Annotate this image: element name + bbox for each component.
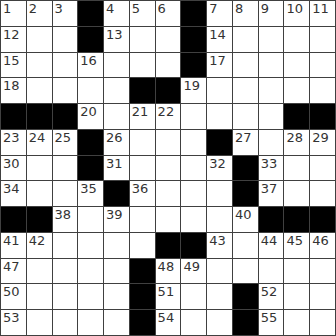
- crossword-cell[interactable]: [78, 233, 103, 258]
- blocked-cell: [1, 207, 26, 232]
- clue-number: 30: [3, 157, 20, 170]
- crossword-cell[interactable]: [156, 181, 181, 206]
- crossword-cell[interactable]: [207, 259, 232, 284]
- crossword-cell[interactable]: [207, 104, 232, 129]
- crossword-cell[interactable]: [310, 310, 335, 335]
- crossword-cell[interactable]: 49: [181, 259, 206, 284]
- blocked-cell: [181, 1, 206, 26]
- crossword-cell[interactable]: 51: [156, 284, 181, 309]
- crossword-cell[interactable]: [233, 104, 258, 129]
- crossword-cell[interactable]: [310, 156, 335, 181]
- crossword-cell[interactable]: 4: [104, 1, 129, 26]
- crossword-cell[interactable]: [259, 78, 284, 103]
- crossword-cell[interactable]: [130, 53, 155, 78]
- clue-number: 25: [55, 131, 72, 144]
- crossword-cell[interactable]: [156, 207, 181, 232]
- crossword-cell[interactable]: [259, 259, 284, 284]
- crossword-cell[interactable]: 53: [1, 310, 26, 335]
- crossword-cell[interactable]: [27, 310, 52, 335]
- crossword-cell[interactable]: 16: [78, 53, 103, 78]
- crossword-cell[interactable]: [181, 104, 206, 129]
- crossword-cell[interactable]: [78, 259, 103, 284]
- crossword-board: 1234567891011121314151617181920212223242…: [0, 0, 336, 336]
- blocked-cell: [130, 310, 155, 335]
- clue-number: 26: [106, 131, 123, 144]
- crossword-cell[interactable]: 19: [181, 78, 206, 103]
- crossword-cell[interactable]: [310, 181, 335, 206]
- clue-number: 38: [55, 208, 72, 221]
- clue-number: 43: [209, 234, 226, 247]
- blocked-cell: [233, 181, 258, 206]
- crossword-cell[interactable]: [53, 233, 78, 258]
- crossword-cell[interactable]: 50: [1, 284, 26, 309]
- clue-number: 1: [3, 2, 11, 15]
- clue-number: 52: [261, 285, 278, 298]
- crossword-cell[interactable]: [310, 27, 335, 52]
- clue-number: 51: [158, 285, 175, 298]
- crossword-cell[interactable]: [233, 78, 258, 103]
- crossword-cell[interactable]: [104, 53, 129, 78]
- clue-number: 15: [3, 54, 20, 67]
- crossword-cell[interactable]: [78, 207, 103, 232]
- crossword-cell[interactable]: [130, 207, 155, 232]
- clue-number: 42: [29, 234, 46, 247]
- crossword-cell[interactable]: [156, 53, 181, 78]
- crossword-cell[interactable]: [27, 181, 52, 206]
- crossword-cell[interactable]: 26: [104, 130, 129, 155]
- crossword-cell[interactable]: [130, 130, 155, 155]
- crossword-cell[interactable]: 46: [310, 233, 335, 258]
- crossword-cell[interactable]: 42: [27, 233, 52, 258]
- crossword-cell[interactable]: 25: [53, 130, 78, 155]
- crossword-cell[interactable]: 24: [27, 130, 52, 155]
- crossword-cell[interactable]: 55: [259, 310, 284, 335]
- crossword-cell[interactable]: 22: [156, 104, 181, 129]
- clue-number: 53: [3, 311, 20, 324]
- blocked-cell: [181, 53, 206, 78]
- clue-number: 36: [132, 182, 149, 195]
- blocked-cell: [233, 156, 258, 181]
- crossword-cell[interactable]: 44: [259, 233, 284, 258]
- crossword-cell[interactable]: [207, 310, 232, 335]
- clue-number: 35: [80, 182, 97, 195]
- clue-number: 19: [183, 79, 200, 92]
- crossword-cell[interactable]: [104, 78, 129, 103]
- crossword-cell[interactable]: [181, 181, 206, 206]
- crossword-cell[interactable]: [53, 27, 78, 52]
- clue-number: 49: [183, 260, 200, 273]
- blocked-cell: [207, 130, 232, 155]
- crossword-cell[interactable]: 17: [207, 53, 232, 78]
- crossword-cell[interactable]: 45: [284, 233, 309, 258]
- clue-number: 13: [106, 28, 123, 41]
- clue-number: 39: [106, 208, 123, 221]
- crossword-cell[interactable]: 38: [53, 207, 78, 232]
- crossword-cell[interactable]: 1: [1, 1, 26, 26]
- clue-number: 4: [106, 2, 114, 15]
- crossword-cell[interactable]: 35: [78, 181, 103, 206]
- crossword-cell[interactable]: [104, 284, 129, 309]
- crossword-cell[interactable]: 43: [207, 233, 232, 258]
- blocked-cell: [27, 207, 52, 232]
- crossword-cell[interactable]: 8: [233, 1, 258, 26]
- crossword-cell[interactable]: 54: [156, 310, 181, 335]
- blocked-cell: [130, 259, 155, 284]
- crossword-cell[interactable]: 3: [53, 1, 78, 26]
- crossword-cell[interactable]: [181, 156, 206, 181]
- crossword-cell[interactable]: [156, 130, 181, 155]
- crossword-cell[interactable]: [284, 284, 309, 309]
- blocked-cell: [104, 181, 129, 206]
- crossword-cell[interactable]: [207, 181, 232, 206]
- crossword-cell[interactable]: [284, 53, 309, 78]
- clue-number: 22: [158, 105, 175, 118]
- crossword-cell[interactable]: [156, 156, 181, 181]
- crossword-cell[interactable]: [130, 233, 155, 258]
- crossword-cell[interactable]: [310, 284, 335, 309]
- crossword-cell[interactable]: [27, 259, 52, 284]
- blocked-cell: [233, 310, 258, 335]
- crossword-cell[interactable]: 7: [207, 1, 232, 26]
- crossword-cell[interactable]: [104, 233, 129, 258]
- clue-number: 45: [286, 234, 303, 247]
- clue-number: 48: [158, 260, 175, 273]
- crossword-cell[interactable]: 10: [284, 1, 309, 26]
- clue-number: 18: [3, 79, 20, 92]
- crossword-cell[interactable]: 29: [310, 130, 335, 155]
- clue-number: 10: [286, 2, 303, 15]
- crossword-cell[interactable]: 23: [1, 130, 26, 155]
- crossword-cell[interactable]: [27, 156, 52, 181]
- crossword-cell[interactable]: [181, 130, 206, 155]
- clue-number: 34: [3, 182, 20, 195]
- clue-number: 8: [235, 2, 243, 15]
- crossword-cell[interactable]: [284, 259, 309, 284]
- crossword-cell[interactable]: 28: [284, 130, 309, 155]
- clue-number: 12: [3, 28, 20, 41]
- clue-number: 3: [55, 2, 63, 15]
- clue-number: 2: [29, 2, 37, 15]
- crossword-cell[interactable]: [310, 78, 335, 103]
- blocked-cell: [78, 27, 103, 52]
- crossword-cell[interactable]: [53, 53, 78, 78]
- crossword-cell[interactable]: 27: [233, 130, 258, 155]
- clue-number: 47: [3, 260, 20, 273]
- clue-number: 6: [158, 2, 166, 15]
- crossword-cell[interactable]: [78, 78, 103, 103]
- crossword-cell[interactable]: [156, 27, 181, 52]
- crossword-cell[interactable]: [104, 104, 129, 129]
- clue-number: 46: [312, 234, 329, 247]
- clue-number: 14: [209, 28, 226, 41]
- clue-number: 9: [261, 2, 269, 15]
- crossword-cell[interactable]: 13: [104, 27, 129, 52]
- clue-number: 54: [158, 311, 175, 324]
- crossword-cell[interactable]: 9: [259, 1, 284, 26]
- crossword-cell[interactable]: [233, 259, 258, 284]
- crossword-cell[interactable]: [259, 27, 284, 52]
- clue-number: 28: [286, 131, 303, 144]
- crossword-cell[interactable]: 2: [27, 1, 52, 26]
- blocked-cell: [27, 104, 52, 129]
- clue-number: 24: [29, 131, 46, 144]
- blocked-cell: [181, 233, 206, 258]
- crossword-cell[interactable]: [104, 310, 129, 335]
- crossword-cell[interactable]: [259, 53, 284, 78]
- crossword-cell[interactable]: [27, 53, 52, 78]
- crossword-cell[interactable]: [27, 78, 52, 103]
- crossword-cell[interactable]: 37: [259, 181, 284, 206]
- blocked-cell: [284, 104, 309, 129]
- blocked-cell: [310, 207, 335, 232]
- crossword-cell[interactable]: 40: [233, 207, 258, 232]
- blocked-cell: [233, 284, 258, 309]
- crossword-cell[interactable]: [78, 310, 103, 335]
- blocked-cell: [181, 27, 206, 52]
- clue-number: 5: [132, 2, 140, 15]
- crossword-cell[interactable]: [284, 27, 309, 52]
- crossword-cell[interactable]: 48: [156, 259, 181, 284]
- blocked-cell: [78, 156, 103, 181]
- crossword-cell[interactable]: [207, 284, 232, 309]
- crossword-cell[interactable]: [181, 310, 206, 335]
- crossword-cell[interactable]: [53, 259, 78, 284]
- clue-number: 31: [106, 157, 123, 170]
- crossword-cell[interactable]: [53, 78, 78, 103]
- crossword-cell[interactable]: [233, 233, 258, 258]
- crossword-cell[interactable]: 47: [1, 259, 26, 284]
- crossword-cell[interactable]: [259, 104, 284, 129]
- crossword-cell[interactable]: 31: [104, 156, 129, 181]
- blocked-cell: [130, 284, 155, 309]
- crossword-cell[interactable]: 20: [78, 104, 103, 129]
- clue-number: 20: [80, 105, 97, 118]
- crossword-cell[interactable]: [130, 27, 155, 52]
- blocked-cell: [156, 78, 181, 103]
- blocked-cell: [284, 207, 309, 232]
- clue-number: 7: [209, 2, 217, 15]
- crossword-cell[interactable]: 30: [1, 156, 26, 181]
- crossword-cell[interactable]: [233, 27, 258, 52]
- clue-number: 23: [3, 131, 20, 144]
- crossword-cell[interactable]: [259, 130, 284, 155]
- crossword-cell[interactable]: [233, 53, 258, 78]
- blocked-cell: [156, 233, 181, 258]
- crossword-cell[interactable]: [53, 310, 78, 335]
- clue-number: 33: [261, 157, 278, 170]
- crossword-cell[interactable]: [284, 181, 309, 206]
- clue-number: 11: [312, 2, 329, 15]
- crossword-cell[interactable]: [27, 284, 52, 309]
- crossword-cell[interactable]: 34: [1, 181, 26, 206]
- crossword-cell[interactable]: [181, 207, 206, 232]
- crossword-cell[interactable]: 39: [104, 207, 129, 232]
- crossword-cell[interactable]: [130, 156, 155, 181]
- crossword-cell[interactable]: 33: [259, 156, 284, 181]
- clue-number: 40: [235, 208, 252, 221]
- crossword-cell[interactable]: 14: [207, 27, 232, 52]
- clue-number: 29: [312, 131, 329, 144]
- crossword-cell[interactable]: [310, 53, 335, 78]
- crossword-cell[interactable]: 21: [130, 104, 155, 129]
- blocked-cell: [130, 78, 155, 103]
- blocked-cell: [259, 207, 284, 232]
- clue-number: 44: [261, 234, 278, 247]
- crossword-cell[interactable]: [104, 259, 129, 284]
- crossword-cell[interactable]: 32: [207, 156, 232, 181]
- blocked-cell: [53, 104, 78, 129]
- clue-number: 27: [235, 131, 252, 144]
- blocked-cell: [78, 130, 103, 155]
- crossword-cell[interactable]: 12: [1, 27, 26, 52]
- crossword-cell[interactable]: 36: [130, 181, 155, 206]
- blocked-cell: [78, 1, 103, 26]
- crossword-cell[interactable]: [284, 310, 309, 335]
- crossword-cell[interactable]: [181, 284, 206, 309]
- crossword-cell[interactable]: 52: [259, 284, 284, 309]
- crossword-cell[interactable]: 18: [1, 78, 26, 103]
- clue-number: 50: [3, 285, 20, 298]
- clue-number: 32: [209, 157, 226, 170]
- crossword-cell[interactable]: [310, 259, 335, 284]
- crossword-cell[interactable]: [207, 78, 232, 103]
- crossword-cell[interactable]: [78, 284, 103, 309]
- blocked-cell: [310, 104, 335, 129]
- crossword-cell[interactable]: [53, 284, 78, 309]
- clue-number: 21: [132, 105, 149, 118]
- clue-number: 55: [261, 311, 278, 324]
- crossword-cell[interactable]: [284, 156, 309, 181]
- clue-number: 16: [80, 54, 97, 67]
- clue-number: 37: [261, 182, 278, 195]
- crossword-cell[interactable]: 5: [130, 1, 155, 26]
- crossword-cell[interactable]: [27, 27, 52, 52]
- crossword-cell[interactable]: 6: [156, 1, 181, 26]
- crossword-cell[interactable]: [53, 181, 78, 206]
- crossword-cell[interactable]: 11: [310, 1, 335, 26]
- crossword-cell[interactable]: 15: [1, 53, 26, 78]
- crossword-cell[interactable]: [207, 207, 232, 232]
- blocked-cell: [1, 104, 26, 129]
- clue-number: 17: [209, 54, 226, 67]
- crossword-cell[interactable]: 41: [1, 233, 26, 258]
- crossword-cell[interactable]: [53, 156, 78, 181]
- clue-number: 41: [3, 234, 20, 247]
- crossword-cell[interactable]: [284, 78, 309, 103]
